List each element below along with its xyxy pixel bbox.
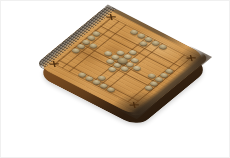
hnefatafl-board: ✕✕✕✕ — [35, 5, 211, 118]
hnefatafl-scene: ✕✕✕✕ — [1, 1, 229, 157]
board-photo: ✕✕✕✕ — [0, 0, 230, 158]
